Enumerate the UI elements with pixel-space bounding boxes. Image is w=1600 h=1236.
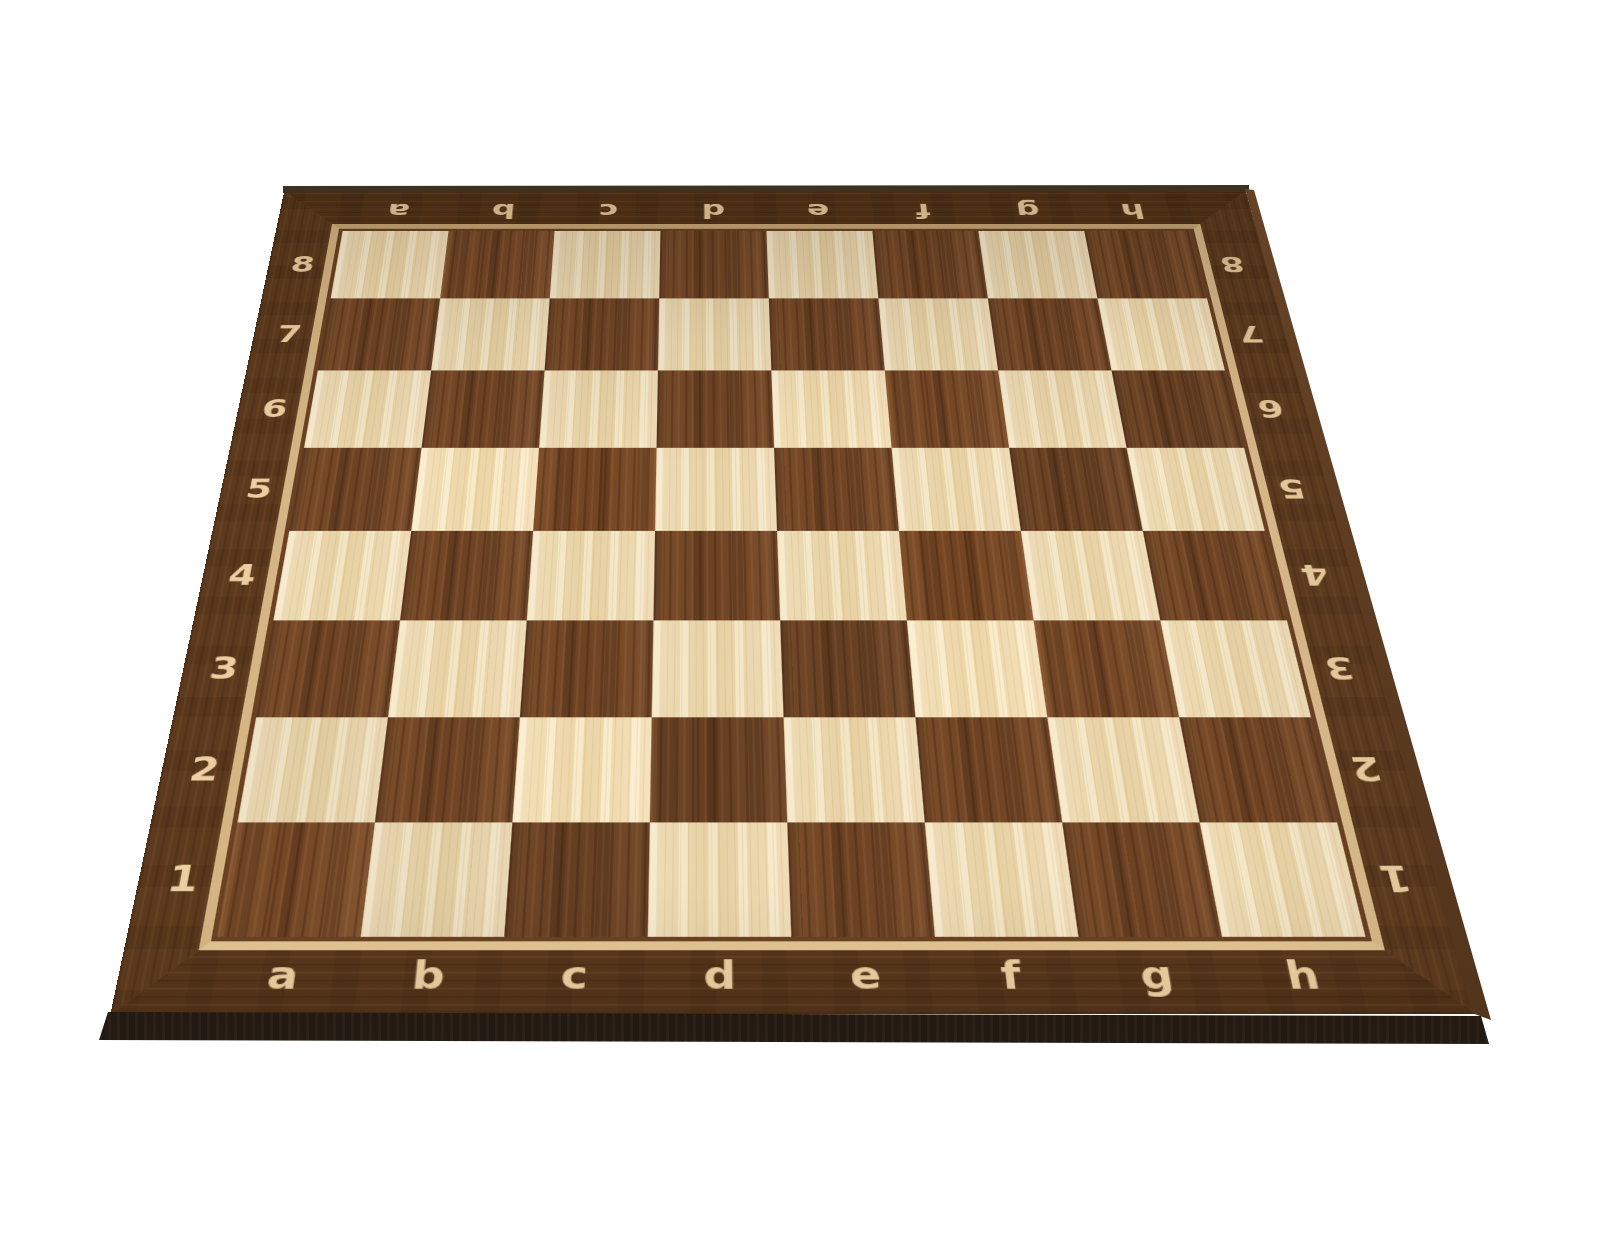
square-d8	[659, 231, 769, 298]
file-label-bottom-h: h	[1224, 946, 1383, 1005]
square-f8	[872, 231, 988, 298]
board-3d-scene: abcdefgh abcdefgh 87654321 87654321	[193, 0, 1362, 1095]
file-label-top-d: d	[661, 196, 767, 227]
file-label-bottom-d: d	[647, 946, 794, 1005]
square-d5	[655, 448, 777, 531]
square-b4	[400, 531, 533, 621]
file-label-bottom-b: b	[352, 946, 503, 1005]
product-photo-stage: abcdefgh abcdefgh 87654321 87654321	[0, 0, 1600, 1236]
file-label-top-f: f	[869, 196, 977, 227]
chess-board: abcdefgh abcdefgh 87654321 87654321	[110, 191, 1477, 1014]
square-d4	[653, 531, 780, 621]
square-a8	[331, 231, 449, 298]
square-h6	[1112, 370, 1245, 447]
square-a5	[289, 448, 421, 531]
square-c7	[545, 298, 660, 370]
square-e8	[766, 231, 878, 298]
file-labels-bottom: abcdefgh	[205, 946, 1382, 1005]
square-b6	[422, 370, 545, 447]
square-c2	[512, 717, 651, 822]
square-b5	[411, 448, 539, 531]
square-e2	[784, 717, 925, 822]
file-label-top-b: b	[449, 196, 557, 227]
square-a1	[217, 822, 375, 936]
square-d2	[650, 717, 787, 822]
square-h8	[1084, 231, 1207, 298]
file-label-top-c: c	[555, 196, 661, 227]
file-label-bottom-a: a	[205, 946, 360, 1005]
file-labels-top: abcdefgh	[343, 196, 1189, 227]
square-b3	[388, 620, 527, 717]
square-h2	[1179, 717, 1337, 822]
square-c1	[504, 822, 650, 936]
square-g2	[1047, 717, 1199, 822]
square-g6	[998, 370, 1126, 447]
square-d3	[652, 620, 784, 717]
square-c8	[550, 231, 661, 298]
square-c5	[533, 448, 656, 531]
file-label-top-e: e	[765, 196, 872, 227]
square-c6	[539, 370, 658, 447]
square-f2	[915, 717, 1062, 822]
square-e7	[769, 298, 885, 370]
square-f7	[878, 298, 998, 370]
square-a4	[273, 531, 411, 621]
square-c3	[520, 620, 654, 717]
square-g3	[1034, 620, 1180, 717]
square-f5	[892, 448, 1021, 531]
square-f1	[925, 822, 1079, 936]
square-g5	[1009, 448, 1143, 531]
square-a7	[318, 298, 440, 370]
square-a3	[256, 620, 400, 717]
square-d1	[648, 822, 792, 936]
square-g8	[978, 231, 1097, 298]
square-e6	[771, 370, 891, 447]
square-e1	[787, 822, 935, 936]
square-h7	[1097, 298, 1224, 370]
file-label-bottom-f: f	[936, 946, 1088, 1005]
square-g1	[1062, 822, 1222, 936]
square-h5	[1127, 448, 1265, 531]
square-h3	[1160, 620, 1311, 717]
square-a2	[237, 717, 388, 822]
square-d7	[658, 298, 771, 370]
square-b7	[431, 298, 550, 370]
square-h1	[1200, 822, 1366, 936]
file-label-top-a: a	[343, 196, 453, 227]
file-label-bottom-e: e	[792, 946, 941, 1005]
square-c4	[527, 531, 655, 621]
perspective-container: abcdefgh abcdefgh 87654321 87654321	[193, 0, 1362, 1095]
square-f4	[899, 531, 1034, 621]
square-b8	[440, 231, 554, 298]
file-label-bottom-g: g	[1080, 946, 1236, 1005]
file-label-top-h: h	[1077, 196, 1189, 227]
square-b2	[375, 717, 520, 822]
square-e3	[780, 620, 915, 717]
square-f3	[907, 620, 1047, 717]
square-g7	[988, 298, 1112, 370]
square-a6	[304, 370, 431, 447]
square-d6	[657, 370, 775, 447]
square-h4	[1143, 531, 1287, 621]
file-label-bottom-c: c	[499, 946, 647, 1005]
square-b1	[361, 822, 513, 936]
square-f6	[885, 370, 1009, 447]
playing-field	[217, 231, 1365, 937]
square-g4	[1021, 531, 1160, 621]
square-e4	[777, 531, 907, 621]
square-e5	[774, 448, 899, 531]
file-label-top-g: g	[973, 196, 1083, 227]
